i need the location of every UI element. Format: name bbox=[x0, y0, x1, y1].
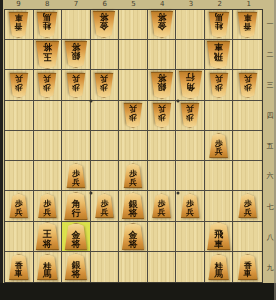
piece-gote-knight[interactable]: 桂馬 bbox=[208, 12, 230, 38]
file-labels: 987654321 bbox=[4, 0, 263, 9]
piece-body: 歩兵 bbox=[209, 73, 229, 98]
piece-gote-pawn[interactable]: 歩兵 bbox=[152, 103, 172, 128]
square-4i[interactable] bbox=[148, 252, 177, 282]
square-6d[interactable] bbox=[91, 101, 120, 131]
piece-body: 香車 bbox=[237, 12, 258, 38]
piece-gote-pawn[interactable]: 歩兵 bbox=[94, 73, 114, 98]
piece-body: 飛車 bbox=[206, 41, 231, 69]
square-7a[interactable] bbox=[62, 10, 91, 40]
square-5g[interactable]: 銀将 bbox=[119, 191, 148, 221]
piece-sente-pawn[interactable]: 歩兵 bbox=[209, 133, 229, 158]
piece-kanji: 金将 bbox=[157, 11, 166, 30]
piece-kanji: 玉将 bbox=[43, 41, 52, 61]
piece-gote-pawn[interactable]: 歩兵 bbox=[180, 103, 200, 128]
piece-kanji: 香車 bbox=[15, 262, 23, 280]
square-7i[interactable]: 銀将 bbox=[62, 252, 91, 282]
square-9a[interactable]: 香車 bbox=[5, 10, 34, 40]
piece-body: 角行 bbox=[63, 192, 88, 220]
piece-kanji: 桂馬 bbox=[43, 262, 52, 280]
piece-kanji: 香車 bbox=[244, 12, 252, 30]
square-2c[interactable]: 歩兵 bbox=[205, 70, 234, 100]
square-8f[interactable] bbox=[34, 161, 63, 191]
square-5h[interactable]: 金将 bbox=[119, 222, 148, 252]
piece-sente-gold[interactable]: 金将 bbox=[121, 223, 145, 250]
piece-kanji: 香車 bbox=[15, 12, 23, 30]
square-4g[interactable]: 歩兵 bbox=[148, 191, 177, 221]
square-3e[interactable] bbox=[176, 131, 205, 161]
piece-body: 歩兵 bbox=[180, 193, 200, 218]
piece-body: 玉将 bbox=[35, 41, 60, 69]
piece-kanji: 桂馬 bbox=[214, 262, 223, 280]
square-8a[interactable]: 桂馬 bbox=[34, 10, 63, 40]
square-4e[interactable] bbox=[148, 131, 177, 161]
piece-kanji: 歩兵 bbox=[244, 200, 252, 218]
piece-gote-king[interactable]: 玉将 bbox=[35, 41, 60, 69]
piece-gote-lance[interactable]: 香車 bbox=[8, 12, 29, 38]
piece-sente-silver[interactable]: 銀将 bbox=[121, 192, 145, 219]
square-6f[interactable] bbox=[91, 161, 120, 191]
square-2e[interactable]: 歩兵 bbox=[205, 131, 234, 161]
square-9i[interactable]: 香車 bbox=[5, 252, 34, 282]
square-7h[interactable]: 金将 bbox=[62, 222, 91, 252]
piece-sente-pawn[interactable]: 歩兵 bbox=[180, 193, 200, 218]
piece-kanji: 角行 bbox=[186, 71, 195, 91]
piece-gote-pawn[interactable]: 歩兵 bbox=[209, 73, 229, 98]
square-6h[interactable] bbox=[91, 222, 120, 252]
square-4f[interactable] bbox=[148, 161, 177, 191]
piece-kanji: 歩兵 bbox=[158, 200, 166, 218]
piece-body: 桂馬 bbox=[36, 12, 58, 38]
square-3d[interactable]: 歩兵 bbox=[176, 101, 205, 131]
piece-sente-knight[interactable]: 桂馬 bbox=[36, 254, 58, 280]
piece-kanji: 歩兵 bbox=[15, 73, 23, 91]
file-label-5: 5 bbox=[119, 0, 148, 9]
square-9c[interactable]: 歩兵 bbox=[5, 70, 34, 100]
piece-body: 銀将 bbox=[64, 41, 88, 68]
piece-gote-knight[interactable]: 桂馬 bbox=[36, 12, 58, 38]
piece-kanji: 歩兵 bbox=[129, 170, 137, 188]
square-3b[interactable] bbox=[176, 40, 205, 70]
piece-sente-knight[interactable]: 桂馬 bbox=[208, 254, 230, 280]
piece-kanji: 歩兵 bbox=[72, 73, 80, 91]
square-4b[interactable] bbox=[148, 40, 177, 70]
piece-body: 歩兵 bbox=[66, 73, 86, 98]
square-9d[interactable] bbox=[5, 101, 34, 131]
piece-sente-bishop[interactable]: 角行 bbox=[63, 192, 88, 220]
square-2a[interactable]: 桂馬 bbox=[205, 10, 234, 40]
square-5f[interactable]: 歩兵 bbox=[119, 161, 148, 191]
bottom-border bbox=[0, 283, 276, 300]
piece-kanji: 歩兵 bbox=[129, 103, 137, 121]
piece-body: 歩兵 bbox=[209, 133, 229, 158]
piece-gote-silver[interactable]: 銀将 bbox=[64, 41, 88, 68]
square-7g[interactable]: 角行 bbox=[62, 191, 91, 221]
piece-body: 角行 bbox=[178, 71, 203, 99]
square-6e[interactable] bbox=[91, 131, 120, 161]
square-3a[interactable] bbox=[176, 10, 205, 40]
piece-gote-pawn[interactable]: 歩兵 bbox=[9, 73, 29, 98]
piece-kanji: 歩兵 bbox=[186, 103, 194, 121]
square-1f[interactable] bbox=[233, 161, 262, 191]
piece-gote-pawn[interactable]: 歩兵 bbox=[37, 73, 57, 98]
square-8h[interactable]: 王将 bbox=[34, 222, 63, 252]
piece-kanji: 銀将 bbox=[128, 200, 137, 219]
piece-gote-lance[interactable]: 香車 bbox=[237, 12, 258, 38]
piece-body: 歩兵 bbox=[9, 73, 29, 98]
piece-sente-lance[interactable]: 香車 bbox=[237, 254, 258, 280]
piece-sente-lance[interactable]: 香車 bbox=[8, 254, 29, 280]
piece-kanji: 歩兵 bbox=[158, 103, 166, 121]
piece-kanji: 銀将 bbox=[71, 41, 80, 60]
square-6i[interactable] bbox=[91, 252, 120, 282]
piece-kanji: 歩兵 bbox=[43, 200, 51, 218]
piece-gote-pawn[interactable]: 歩兵 bbox=[238, 73, 258, 98]
square-2i[interactable]: 桂馬 bbox=[205, 252, 234, 282]
square-7f[interactable]: 歩兵 bbox=[62, 161, 91, 191]
file-label-1: 1 bbox=[234, 0, 263, 9]
piece-body: 歩兵 bbox=[94, 73, 114, 98]
piece-body: 金将 bbox=[92, 11, 116, 38]
square-1g[interactable]: 歩兵 bbox=[233, 191, 262, 221]
square-4h[interactable] bbox=[148, 222, 177, 252]
piece-body: 歩兵 bbox=[238, 193, 258, 218]
piece-kanji: 歩兵 bbox=[186, 200, 194, 218]
piece-sente-pawn[interactable]: 歩兵 bbox=[66, 163, 86, 188]
piece-kanji: 歩兵 bbox=[15, 200, 23, 218]
square-8e[interactable] bbox=[34, 131, 63, 161]
square-6g[interactable]: 歩兵 bbox=[91, 191, 120, 221]
square-2g[interactable] bbox=[205, 191, 234, 221]
star-point bbox=[176, 100, 179, 103]
piece-body: 金将 bbox=[150, 11, 174, 38]
piece-gote-pawn[interactable]: 歩兵 bbox=[123, 103, 143, 128]
square-6c[interactable]: 歩兵 bbox=[91, 70, 120, 100]
piece-body: 歩兵 bbox=[180, 103, 200, 128]
square-5c[interactable] bbox=[119, 70, 148, 100]
file-label-9: 9 bbox=[4, 0, 33, 9]
square-3g[interactable]: 歩兵 bbox=[176, 191, 205, 221]
piece-body: 歩兵 bbox=[9, 193, 29, 218]
piece-sente-pawn[interactable]: 歩兵 bbox=[123, 163, 143, 188]
square-3f[interactable] bbox=[176, 161, 205, 191]
square-4c[interactable]: 銀将 bbox=[148, 70, 177, 100]
square-3c[interactable]: 角行 bbox=[176, 70, 205, 100]
piece-kanji: 角行 bbox=[71, 200, 80, 220]
square-9h[interactable] bbox=[5, 222, 34, 252]
file-label-6: 6 bbox=[90, 0, 119, 9]
piece-gote-bishop[interactable]: 角行 bbox=[178, 71, 203, 99]
square-4a[interactable]: 金将 bbox=[148, 10, 177, 40]
square-7c[interactable]: 歩兵 bbox=[62, 70, 91, 100]
piece-kanji: 金将 bbox=[71, 231, 80, 250]
right-edge bbox=[274, 0, 276, 300]
left-border bbox=[0, 0, 3, 300]
piece-gote-silver[interactable]: 銀将 bbox=[150, 72, 174, 99]
square-2d[interactable] bbox=[205, 101, 234, 131]
shogi-app: 987654321 香車桂馬金将金将桂馬香車玉将銀将飛車歩兵歩兵歩兵歩兵銀将角行… bbox=[0, 0, 276, 300]
piece-kanji: 歩兵 bbox=[215, 73, 223, 91]
square-1e[interactable] bbox=[233, 131, 262, 161]
piece-body: 歩兵 bbox=[66, 163, 86, 188]
piece-sente-pawn[interactable]: 歩兵 bbox=[152, 193, 172, 218]
square-7d[interactable] bbox=[62, 101, 91, 131]
square-5i[interactable] bbox=[119, 252, 148, 282]
piece-sente-pawn[interactable]: 歩兵 bbox=[94, 193, 114, 218]
square-1a[interactable]: 香車 bbox=[233, 10, 262, 40]
piece-kanji: 歩兵 bbox=[215, 140, 223, 158]
piece-body: 香車 bbox=[8, 254, 29, 280]
square-8b[interactable]: 玉将 bbox=[34, 40, 63, 70]
square-5b[interactable] bbox=[119, 40, 148, 70]
star-point bbox=[90, 191, 93, 194]
piece-body: 歩兵 bbox=[123, 163, 143, 188]
square-1b[interactable] bbox=[233, 40, 262, 70]
piece-kanji: 桂馬 bbox=[43, 12, 52, 30]
piece-body: 歩兵 bbox=[152, 193, 172, 218]
piece-body: 歩兵 bbox=[37, 193, 57, 218]
piece-body: 桂馬 bbox=[208, 254, 230, 280]
star-point bbox=[176, 191, 179, 194]
piece-kanji: 王将 bbox=[43, 230, 52, 250]
piece-gote-pawn[interactable]: 歩兵 bbox=[66, 73, 86, 98]
star-point bbox=[90, 100, 93, 103]
piece-body: 桂馬 bbox=[208, 12, 230, 38]
piece-body: 歩兵 bbox=[238, 73, 258, 98]
piece-body: 王将 bbox=[35, 222, 60, 250]
square-3h[interactable] bbox=[176, 222, 205, 252]
file-label-3: 3 bbox=[177, 0, 206, 9]
piece-body: 歩兵 bbox=[94, 193, 114, 218]
square-8d[interactable] bbox=[34, 101, 63, 131]
piece-body: 桂馬 bbox=[36, 254, 58, 280]
piece-kanji: 桂馬 bbox=[214, 12, 223, 30]
square-3i[interactable] bbox=[176, 252, 205, 282]
square-2f[interactable] bbox=[205, 161, 234, 191]
piece-body: 飛車 bbox=[206, 222, 231, 250]
piece-sente-rook[interactable]: 飛車 bbox=[206, 222, 231, 250]
piece-body: 金将 bbox=[64, 223, 88, 250]
piece-kanji: 歩兵 bbox=[72, 170, 80, 188]
piece-gote-rook[interactable]: 飛車 bbox=[206, 41, 231, 69]
piece-sente-gold[interactable]: 金将 bbox=[64, 223, 88, 250]
square-9f[interactable] bbox=[5, 161, 34, 191]
square-6b[interactable] bbox=[91, 40, 120, 70]
square-9g[interactable]: 歩兵 bbox=[5, 191, 34, 221]
piece-gote-gold[interactable]: 金将 bbox=[92, 11, 116, 38]
piece-kanji: 歩兵 bbox=[100, 200, 108, 218]
square-4d[interactable]: 歩兵 bbox=[148, 101, 177, 131]
square-2h[interactable]: 飛車 bbox=[205, 222, 234, 252]
file-label-8: 8 bbox=[33, 0, 62, 9]
piece-body: 銀将 bbox=[64, 253, 88, 280]
file-label-4: 4 bbox=[148, 0, 177, 9]
piece-kanji: 銀将 bbox=[71, 261, 80, 280]
piece-sente-pawn[interactable]: 歩兵 bbox=[9, 193, 29, 218]
piece-kanji: 歩兵 bbox=[100, 73, 108, 91]
shogi-board[interactable]: 香車桂馬金将金将桂馬香車玉将銀将飛車歩兵歩兵歩兵歩兵銀将角行歩兵歩兵歩兵歩兵歩兵… bbox=[4, 9, 263, 283]
square-7b[interactable]: 銀将 bbox=[62, 40, 91, 70]
piece-body: 歩兵 bbox=[123, 103, 143, 128]
piece-sente-pawn[interactable]: 歩兵 bbox=[238, 193, 258, 218]
square-9b[interactable] bbox=[5, 40, 34, 70]
piece-kanji: 歩兵 bbox=[43, 73, 51, 91]
piece-kanji: 飛車 bbox=[214, 230, 223, 250]
piece-body: 銀将 bbox=[121, 192, 145, 219]
square-5e[interactable] bbox=[119, 131, 148, 161]
piece-body: 香車 bbox=[237, 254, 258, 280]
square-5a[interactable] bbox=[119, 10, 148, 40]
piece-sente-king[interactable]: 王将 bbox=[35, 222, 60, 250]
file-label-7: 7 bbox=[62, 0, 91, 9]
piece-kanji: 金将 bbox=[128, 231, 137, 250]
square-1c[interactable]: 歩兵 bbox=[233, 70, 262, 100]
square-1h[interactable] bbox=[233, 222, 262, 252]
piece-body: 歩兵 bbox=[37, 73, 57, 98]
square-1d[interactable] bbox=[233, 101, 262, 131]
square-6a[interactable]: 金将 bbox=[91, 10, 120, 40]
piece-body: 香車 bbox=[8, 12, 29, 38]
piece-kanji: 香車 bbox=[244, 262, 252, 280]
square-5d[interactable]: 歩兵 bbox=[119, 101, 148, 131]
piece-kanji: 飛車 bbox=[214, 41, 223, 61]
square-9e[interactable] bbox=[5, 131, 34, 161]
file-label-2: 2 bbox=[205, 0, 234, 9]
piece-body: 金将 bbox=[121, 223, 145, 250]
piece-kanji: 銀将 bbox=[157, 72, 166, 91]
square-2b[interactable]: 飛車 bbox=[205, 40, 234, 70]
piece-kanji: 歩兵 bbox=[244, 73, 252, 91]
piece-sente-silver[interactable]: 銀将 bbox=[64, 253, 88, 280]
piece-body: 銀将 bbox=[150, 72, 174, 99]
square-8g[interactable]: 歩兵 bbox=[34, 191, 63, 221]
piece-sente-pawn[interactable]: 歩兵 bbox=[37, 193, 57, 218]
piece-gote-gold[interactable]: 金将 bbox=[150, 11, 174, 38]
piece-body: 歩兵 bbox=[152, 103, 172, 128]
square-7e[interactable] bbox=[62, 131, 91, 161]
square-1i[interactable]: 香車 bbox=[233, 252, 262, 282]
square-8i[interactable]: 桂馬 bbox=[34, 252, 63, 282]
piece-kanji: 金将 bbox=[100, 11, 109, 30]
square-8c[interactable]: 歩兵 bbox=[34, 70, 63, 100]
